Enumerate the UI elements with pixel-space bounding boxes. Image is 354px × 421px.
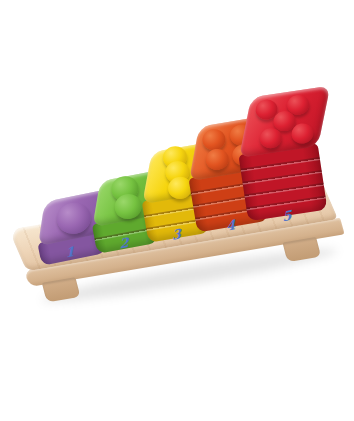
block-layer-seam [244, 183, 324, 198]
counting-bump [204, 147, 230, 172]
block-stack-red [230, 89, 327, 221]
blocks-layer [0, 55, 327, 112]
bump-grid [241, 87, 329, 156]
product-photo-counting-toy: 12345 [0, 0, 354, 421]
counting-bump [201, 127, 227, 152]
block-layer-seam [242, 170, 322, 185]
counting-bump [290, 121, 315, 144]
wooden-counting-toy: 12345 [0, 55, 354, 321]
block-layer-seam [240, 157, 320, 172]
